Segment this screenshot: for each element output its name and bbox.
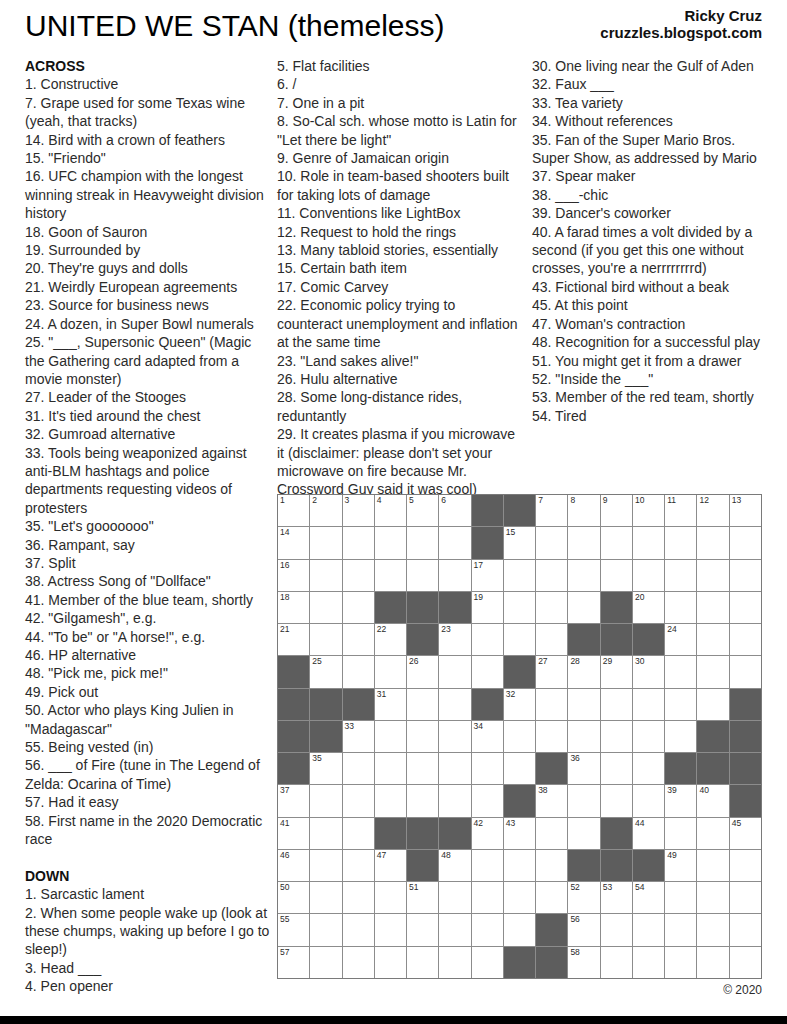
grid-cell: 29 [601,656,632,687]
grid-cell [310,527,341,558]
cell-number: 34 [474,721,483,731]
clue: 9. Genre of Jamaican origin [277,149,524,167]
grid-cell [601,914,632,945]
grid-cell: 40 [697,785,728,816]
grid-cell [536,850,567,881]
cell-number: 39 [667,785,676,795]
block-cell [697,753,728,784]
grid-cell: 16 [278,560,309,591]
grid-cell: 48 [439,850,470,881]
grid-cell: 11 [665,495,696,526]
grid-cell [568,560,599,591]
cell-number: 58 [570,947,579,957]
grid-cell [472,850,503,881]
grid-cell [601,947,632,978]
block-cell [601,850,632,881]
cell-number: 32 [506,689,515,699]
grid-cell [504,560,535,591]
grid-cell: 14 [278,527,309,558]
cell-number: 12 [699,495,708,505]
clue: 36. Rampant, say [25,536,272,554]
clue: 53. Member of the red team, shortly [532,388,772,406]
grid-cell [504,753,535,784]
grid-cell: 1 [278,495,309,526]
grid-cell: 58 [568,947,599,978]
grid-cell [343,527,374,558]
grid-cell [472,947,503,978]
clue: 8. So-Cal sch. whose motto is Latin for … [277,112,524,149]
grid-cell [601,560,632,591]
grid-cell [439,527,470,558]
grid-cell [601,721,632,752]
cell-number: 44 [635,818,644,828]
grid-cell [407,527,438,558]
clue: 46. HP alternative [25,646,272,664]
grid-cell [536,818,567,849]
cell-number: 26 [409,656,418,666]
cell-number: 16 [280,560,289,570]
down-clues-5-29: 5. Flat facilities6. /7. One in a pit8. … [277,57,524,499]
clue: 23. "Land sakes alive!" [277,352,524,370]
clue: 42. "Gilgamesh", e.g. [25,609,272,627]
grid-cell: 55 [278,914,309,945]
grid-cell [472,882,503,913]
grid-cell [407,785,438,816]
clue: 24. A dozen, in Super Bowl numerals [25,315,272,333]
clue: 18. Goon of Sauron [25,223,272,241]
grid-cell [633,947,664,978]
grid-cell [633,721,664,752]
grid-cell: 18 [278,592,309,623]
grid-cell [504,721,535,752]
grid-cell [730,947,761,978]
clue: 49. Pick out [25,683,272,701]
grid-cell [730,850,761,881]
clue: 15. Certain bath item [277,259,524,277]
clue: 20. They're guys and dolls [25,259,272,277]
grid-cell: 10 [633,495,664,526]
cell-number: 24 [667,624,676,634]
grid-cell [665,592,696,623]
down-header: DOWN [25,867,272,885]
grid-cell: 22 [375,624,406,655]
clue: 14. Bird with a crown of feathers [25,131,272,149]
grid-cell: 30 [633,656,664,687]
clue: 1. Constructive [25,75,272,93]
clue: 22. Economic policy trying to counteract… [277,296,524,351]
grid-cell [730,527,761,558]
grid-cell [310,592,341,623]
block-cell [536,753,567,784]
cell-number: 3 [345,495,350,505]
block-cell [439,818,470,849]
clue: 6. / [277,75,524,93]
cell-number: 30 [635,656,644,666]
clue: 57. Had it easy [25,793,272,811]
puzzle-page: UNITED WE STAN (themeless) Ricky Cruz cr… [0,0,787,1024]
grid-cell [439,753,470,784]
grid-cell: 37 [278,785,309,816]
grid-cell [697,560,728,591]
grid-cell: 19 [472,592,503,623]
grid-cell [633,785,664,816]
grid-cell [697,947,728,978]
grid-cell [375,656,406,687]
grid-cell [407,560,438,591]
grid-cell: 27 [536,656,567,687]
clue: 7. One in a pit [277,94,524,112]
byline: Ricky Cruz cruzzles.blogspot.com [600,7,762,41]
grid-cell [730,592,761,623]
block-cell [601,624,632,655]
grid-cell [439,689,470,720]
clue: 29. It creates plasma if you microwave i… [277,425,524,499]
block-cell [310,721,341,752]
cell-number: 18 [280,592,289,602]
cell-number: 31 [377,689,386,699]
clue: 32. Faux ___ [532,75,772,93]
clue: 55. Being vested (in) [25,738,272,756]
grid-cell [375,560,406,591]
cell-number: 35 [312,753,321,763]
cell-number: 11 [667,495,676,505]
grid-cell [407,914,438,945]
cell-number: 56 [570,914,579,924]
grid-cell: 52 [568,882,599,913]
cell-number: 20 [635,592,644,602]
copyright-notice: © 2020 [277,983,762,997]
grid-cell: 24 [665,624,696,655]
grid-cell [407,721,438,752]
cell-number: 37 [280,785,289,795]
grid-cell [343,947,374,978]
grid-cell: 5 [407,495,438,526]
cell-number: 46 [280,850,289,860]
cell-number: 50 [280,882,289,892]
clue: 17. Comic Carvey [277,278,524,296]
grid-cell [568,785,599,816]
grid-cell: 7 [536,495,567,526]
clue: 58. First name in the 2020 Democratic ra… [25,812,272,849]
grid-cell: 36 [568,753,599,784]
cell-number: 27 [538,656,547,666]
block-cell [375,592,406,623]
grid-cell [633,753,664,784]
grid-cell [343,592,374,623]
grid-cell [633,914,664,945]
grid-cell: 49 [665,850,696,881]
grid-cell [343,560,374,591]
block-cell [504,785,535,816]
grid-cell [343,785,374,816]
grid-cell: 38 [536,785,567,816]
clue: 51. You might get it from a drawer [532,352,772,370]
clue: 1. Sarcastic lament [25,885,272,903]
clue: 34. Without references [532,112,772,130]
grid-cell: 13 [730,495,761,526]
grid-cell [439,721,470,752]
cell-number: 40 [699,785,708,795]
grid-cell [730,914,761,945]
block-cell [568,850,599,881]
cell-number: 14 [280,527,289,537]
clue: 13. Many tabloid stories, essentially [277,241,524,259]
grid-cell [375,947,406,978]
cell-number: 52 [570,882,579,892]
grid-cell [375,753,406,784]
grid-cell: 31 [375,689,406,720]
grid-cell [310,914,341,945]
clue: 28. Some long-distance rides, reduntantl… [277,388,524,425]
grid-cell [697,592,728,623]
grid-cell [536,624,567,655]
grid-cell: 42 [472,818,503,849]
grid-cell [439,947,470,978]
cell-number: 29 [603,656,612,666]
cell-number: 36 [570,753,579,763]
cell-number: 15 [506,527,515,537]
block-cell [439,592,470,623]
across-clues: 1. Constructive7. Grape used for some Te… [25,75,272,848]
clue: 38. Actress Song of "Dollface" [25,572,272,590]
grid-cell [568,689,599,720]
grid-cell: 9 [601,495,632,526]
grid-cell [697,818,728,849]
grid-cell [343,753,374,784]
clue: 52. "Inside the ___" [532,370,772,388]
cell-number: 45 [732,818,741,828]
grid-cell: 26 [407,656,438,687]
grid-cell: 4 [375,495,406,526]
grid-cell [343,850,374,881]
grid-cell [310,882,341,913]
grid-cell [375,785,406,816]
grid-cell: 33 [343,721,374,752]
block-cell [278,753,309,784]
grid-cell [568,527,599,558]
grid-cell [568,818,599,849]
clue: 16. UFC champion with the longest winnin… [25,167,272,222]
grid-cell [343,882,374,913]
clue: 3. Head ___ [25,959,272,977]
block-cell [633,850,664,881]
grid-cell [310,785,341,816]
grid-cell: 46 [278,850,309,881]
grid-cell [375,721,406,752]
grid-cell [439,785,470,816]
grid-cell [472,785,503,816]
grid-cell: 17 [472,560,503,591]
block-cell [504,656,535,687]
clue: 31. It's tied around the chest [25,407,272,425]
cell-number: 23 [441,624,450,634]
grid-cell [472,624,503,655]
block-cell [697,721,728,752]
block-cell [278,656,309,687]
clue: 35. Fan of the Super Mario Bros. Super S… [532,131,772,168]
grid-cell [310,624,341,655]
grid-cell [407,689,438,720]
down-clues-30-54: 30. One living near the Gulf of Aden32. … [532,57,772,425]
clue: 54. Tired [532,407,772,425]
grid-cell [439,882,470,913]
grid-cell: 2 [310,495,341,526]
grid-cell: 47 [375,850,406,881]
block-cell [407,818,438,849]
clue: 50. Actor who plays King Julien in "Mada… [25,701,272,738]
clue: 48. "Pick me, pick me!" [25,664,272,682]
cell-number: 9 [603,495,608,505]
grid-cell [665,656,696,687]
grid-cell [697,656,728,687]
grid-cell [568,592,599,623]
grid-cell: 57 [278,947,309,978]
grid-cell: 28 [568,656,599,687]
clue: 21. Weirdly European agreements [25,278,272,296]
grid-cell [730,656,761,687]
clue: 12. Request to hold the rings [277,223,524,241]
grid-cell [697,850,728,881]
clue: 39. Dancer's coworker [532,204,772,222]
grid-cell [439,914,470,945]
block-cell [568,624,599,655]
grid-cell: 20 [633,592,664,623]
clue: 7. Grape used for some Texas wine (yeah,… [25,94,272,131]
cell-number: 7 [538,495,543,505]
cell-number: 21 [280,624,289,634]
grid-cell [375,914,406,945]
grid-cell [536,689,567,720]
cell-number: 1 [280,495,285,505]
block-cell [343,689,374,720]
block-cell [472,495,503,526]
block-cell [730,785,761,816]
grid-cell [697,914,728,945]
grid-cell [665,947,696,978]
clue: 45. At this point [532,296,772,314]
block-cell [310,689,341,720]
clue: 15. "Friendo" [25,149,272,167]
grid-cell [665,689,696,720]
clue: 30. One living near the Gulf of Aden [532,57,772,75]
grid-cell: 54 [633,882,664,913]
grid-cell: 25 [310,656,341,687]
grid-cell [310,818,341,849]
clue: 44. "To be" or "A horse!", e.g. [25,628,272,646]
grid-cell [310,947,341,978]
grid-cell: 53 [601,882,632,913]
grid-cell [504,592,535,623]
grid-cell: 56 [568,914,599,945]
clue: 37. Split [25,554,272,572]
cell-number: 41 [280,818,289,828]
grid-cell [343,656,374,687]
cell-number: 13 [732,495,741,505]
grid-cell [439,656,470,687]
cell-number: 22 [377,624,386,634]
block-cell [504,947,535,978]
grid-cell [472,656,503,687]
page-title: UNITED WE STAN (themeless) [25,9,445,43]
clue: 25. "___, Supersonic Queen" (Magic the G… [25,333,272,388]
grid-cell [310,560,341,591]
clue: 38. ___-chic [532,186,772,204]
grid-cell [375,882,406,913]
grid-cell: 8 [568,495,599,526]
grid-cell [697,689,728,720]
block-cell [730,753,761,784]
grid-cell: 43 [504,818,535,849]
grid-cell [665,527,696,558]
cell-number: 47 [377,850,386,860]
cell-number: 10 [635,495,644,505]
block-cell [633,624,664,655]
grid-cell [633,560,664,591]
grid-cell [407,753,438,784]
block-cell [407,624,438,655]
cell-number: 49 [667,850,676,860]
cell-number: 4 [377,495,382,505]
grid-cell [665,882,696,913]
grid-cell [601,753,632,784]
grid-cell [536,882,567,913]
clue: 48. Recognition for a successful play [532,333,772,351]
cell-number: 48 [441,850,450,860]
block-cell [375,818,406,849]
grid-cell [601,689,632,720]
grid-cell: 23 [439,624,470,655]
block-cell [407,592,438,623]
grid-cell: 21 [278,624,309,655]
grid-cell [536,527,567,558]
cell-number: 5 [409,495,414,505]
clue-column-3: 30. One living near the Gulf of Aden32. … [532,57,772,425]
grid-cell: 12 [697,495,728,526]
grid-cell: 44 [633,818,664,849]
block-cell [665,753,696,784]
grid-cell [536,560,567,591]
grid-cell: 45 [730,818,761,849]
block-cell [504,495,535,526]
clue: 33. Tea variety [532,94,772,112]
grid-cell [633,527,664,558]
crossword-grid: 1234567891011121314151617181920212223242… [277,494,762,979]
grid-cell: 32 [504,689,535,720]
grid-cell [730,560,761,591]
cell-number: 55 [280,914,289,924]
clue: 32. Gumroad alternative [25,425,272,443]
clue: 41. Member of the blue team, shortly [25,591,272,609]
cell-number: 6 [441,495,446,505]
cell-number: 17 [474,560,483,570]
site-url: cruzzles.blogspot.com [600,24,762,41]
grid-cell: 6 [439,495,470,526]
down-clues-1-4: 1. Sarcastic lament2. When some people w… [25,885,272,995]
grid-cell: 51 [407,882,438,913]
clue: 35. "Let's gooooooo" [25,517,272,535]
clue-column-1: ACROSS 1. Constructive7. Grape used for … [25,57,272,996]
grid-cell: 50 [278,882,309,913]
grid-cell [310,850,341,881]
cell-number: 28 [570,656,579,666]
grid-cell [633,689,664,720]
grid-cell [697,527,728,558]
grid-cell [601,527,632,558]
grid-cell [504,624,535,655]
grid-cell [730,882,761,913]
grid-cell: 41 [278,818,309,849]
cell-number: 33 [345,721,354,731]
